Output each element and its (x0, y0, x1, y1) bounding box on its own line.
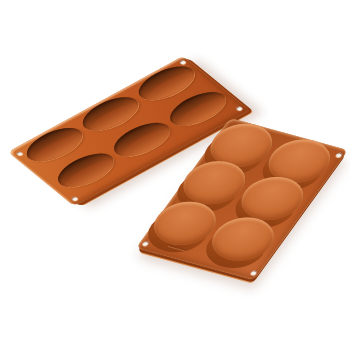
corner-hole (15, 151, 23, 156)
corner-hole (179, 60, 187, 65)
corner-hole (250, 270, 258, 275)
product-photo-scene (0, 0, 350, 350)
corner-hole (235, 106, 243, 111)
corner-hole (71, 196, 79, 201)
corner-hole (335, 152, 343, 157)
